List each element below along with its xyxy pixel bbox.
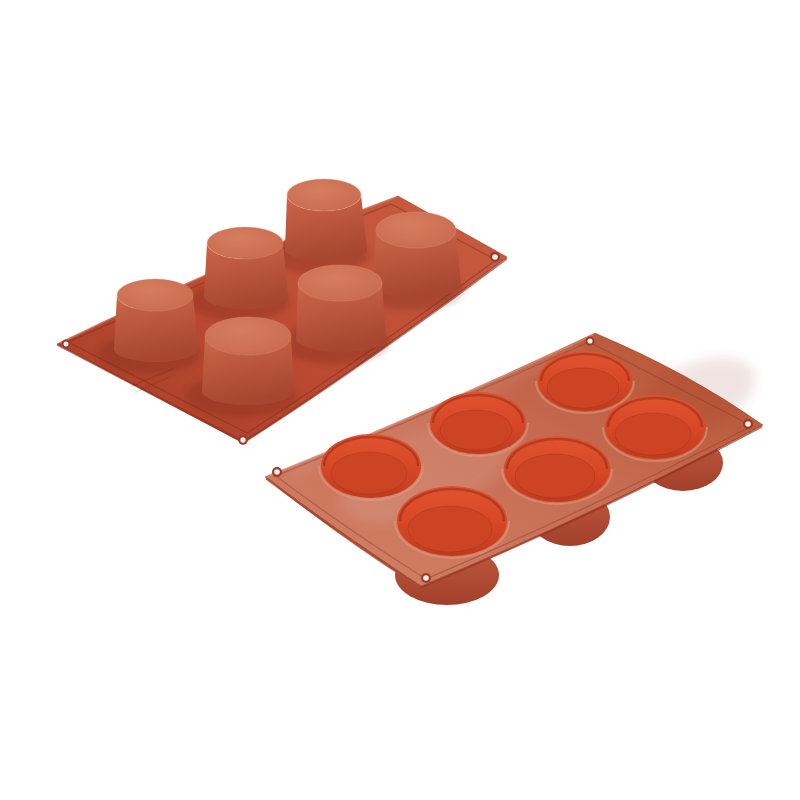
muffin-cup [188, 227, 290, 321]
corner-hole [421, 573, 431, 583]
scene-svg: Product photo of two terracotta-red 6-cu… [0, 0, 800, 800]
corner-hole [272, 467, 282, 477]
corner-hole [585, 336, 594, 345]
corner-hole [238, 435, 248, 445]
product-photo: Product photo of two terracotta-red 6-cu… [0, 0, 800, 800]
corner-hole [62, 340, 71, 349]
corner-hole [743, 419, 753, 429]
corner-hole [490, 252, 500, 262]
